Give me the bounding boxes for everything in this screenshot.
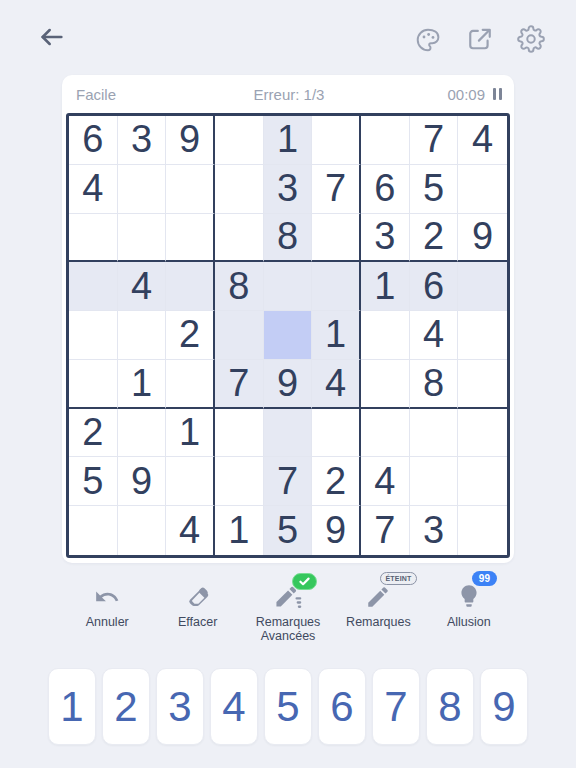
cell-r9c6[interactable]: 9 [312,506,361,555]
error-counter: Erreur: 1/3 [218,86,360,103]
cell-r8c9[interactable] [458,457,507,506]
cell-r2c5[interactable]: 3 [264,165,313,214]
toolbar: Annuler Effacer Remarques Avancées [62,578,514,643]
cell-r4c5[interactable] [264,262,313,311]
cell-r9c4[interactable]: 1 [215,506,264,555]
cell-r4c3[interactable] [166,262,215,311]
numpad-key-6[interactable]: 6 [318,668,366,745]
undo-icon [92,578,122,610]
cell-r6c4[interactable]: 7 [215,360,264,409]
cell-r5c1[interactable] [69,311,118,360]
cell-r7c1[interactable]: 2 [69,409,118,458]
numpad-key-3[interactable]: 3 [156,668,204,745]
cell-r1c1[interactable]: 6 [69,116,118,165]
notes-button[interactable]: Remarques ÉTEINT [333,578,423,643]
cell-r6c5[interactable]: 9 [264,360,313,409]
cell-r6c7[interactable] [361,360,410,409]
cell-r6c6[interactable]: 4 [312,360,361,409]
notes-label: Remarques [346,615,411,629]
cell-r3c7[interactable]: 3 [361,214,410,263]
cell-r2c9[interactable] [458,165,507,214]
cell-r5c6[interactable]: 1 [312,311,361,360]
cell-r8c3[interactable] [166,457,215,506]
cell-r3c8[interactable]: 2 [410,214,459,263]
cell-r4c9[interactable] [458,262,507,311]
hint-count-badge: 99 [472,571,497,586]
numpad-key-4[interactable]: 4 [210,668,258,745]
cell-r1c3[interactable]: 9 [166,116,215,165]
cell-r1c9[interactable]: 4 [458,116,507,165]
pause-icon[interactable] [493,88,502,100]
cell-r8c5[interactable]: 7 [264,457,313,506]
status-bar: Facile Erreur: 1/3 00:09 [62,75,514,113]
gear-icon[interactable] [517,25,545,53]
cell-r8c4[interactable] [215,457,264,506]
cell-r2c1[interactable]: 4 [69,165,118,214]
cell-r7c2[interactable] [118,409,167,458]
cell-r9c7[interactable]: 7 [361,506,410,555]
cell-r8c8[interactable] [410,457,459,506]
cell-r7c6[interactable] [312,409,361,458]
hint-label: Allusion [447,615,491,629]
cell-r8c7[interactable]: 4 [361,457,410,506]
game-card: Facile Erreur: 1/3 00:09 639174437658329… [62,75,514,563]
cell-r5c5[interactable] [264,311,313,360]
cell-r7c5[interactable] [264,409,313,458]
notes-off-badge: ÉTEINT [380,572,416,585]
share-icon[interactable] [467,26,493,52]
cell-r6c9[interactable] [458,360,507,409]
cell-r2c7[interactable]: 6 [361,165,410,214]
cell-r5c4[interactable] [215,311,264,360]
cell-r3c2[interactable] [118,214,167,263]
numpad-key-5[interactable]: 5 [264,668,312,745]
numpad-key-2[interactable]: 2 [102,668,150,745]
erase-button[interactable]: Effacer [152,578,242,643]
cell-r8c6[interactable]: 2 [312,457,361,506]
hint-button[interactable]: Allusion 99 [424,578,514,643]
cell-r3c5[interactable]: 8 [264,214,313,263]
cell-r5c3[interactable]: 2 [166,311,215,360]
numpad: 123456789 [48,668,528,745]
cell-r2c6[interactable]: 7 [312,165,361,214]
cell-r1c7[interactable] [361,116,410,165]
numpad-key-1[interactable]: 1 [48,668,96,745]
cell-r6c8[interactable]: 8 [410,360,459,409]
cell-r8c1[interactable]: 5 [69,457,118,506]
cell-r2c3[interactable] [166,165,215,214]
cell-r9c5[interactable]: 5 [264,506,313,555]
numpad-key-8[interactable]: 8 [426,668,474,745]
cell-r4c8[interactable]: 6 [410,262,459,311]
cell-r7c7[interactable] [361,409,410,458]
cell-r1c5[interactable]: 1 [264,116,313,165]
advanced-notes-label: Remarques Avancées [245,615,331,643]
cell-r7c8[interactable] [410,409,459,458]
cell-r2c2[interactable] [118,165,167,214]
cell-r6c2[interactable]: 1 [118,360,167,409]
cell-r9c8[interactable]: 3 [410,506,459,555]
cell-r9c9[interactable] [458,506,507,555]
timer: 00:09 [447,86,485,103]
cell-r8c2[interactable]: 9 [118,457,167,506]
cell-r4c1[interactable] [69,262,118,311]
cell-r1c2[interactable]: 3 [118,116,167,165]
palette-icon[interactable] [415,27,441,53]
cell-r5c9[interactable] [458,311,507,360]
cell-r3c4[interactable] [215,214,264,263]
cell-r4c4[interactable]: 8 [215,262,264,311]
cell-r2c4[interactable] [215,165,264,214]
numpad-key-9[interactable]: 9 [480,668,528,745]
cell-r5c7[interactable] [361,311,410,360]
cell-r3c3[interactable] [166,214,215,263]
cell-r4c2[interactable]: 4 [118,262,167,311]
erase-label: Effacer [178,615,217,629]
cell-r3c6[interactable] [312,214,361,263]
cell-r5c2[interactable] [118,311,167,360]
cell-r6c1[interactable] [69,360,118,409]
cell-r9c1[interactable] [69,506,118,555]
cell-r7c4[interactable] [215,409,264,458]
cell-r7c9[interactable] [458,409,507,458]
cell-r7c3[interactable]: 1 [166,409,215,458]
sudoku-grid: 6391744376583294816214179482159724415973 [66,113,510,558]
cell-r5c8[interactable]: 4 [410,311,459,360]
cell-r6c3[interactable] [166,360,215,409]
eraser-icon [184,578,212,610]
undo-button[interactable]: Annuler [62,578,152,643]
cell-r1c8[interactable]: 7 [410,116,459,165]
cell-r4c7[interactable]: 1 [361,262,410,311]
cell-r3c1[interactable] [69,214,118,263]
advanced-notes-on-badge [292,573,317,590]
cell-r9c3[interactable]: 4 [166,506,215,555]
undo-label: Annuler [86,615,129,629]
difficulty-label: Facile [62,86,218,103]
cell-r1c4[interactable] [215,116,264,165]
cell-r9c2[interactable] [118,506,167,555]
advanced-notes-button[interactable]: Remarques Avancées [243,578,333,643]
cell-r4c6[interactable] [312,262,361,311]
cell-r3c9[interactable]: 9 [458,214,507,263]
back-arrow-icon[interactable] [38,23,66,51]
numpad-key-7[interactable]: 7 [372,668,420,745]
cell-r2c8[interactable]: 5 [410,165,459,214]
cell-r1c6[interactable] [312,116,361,165]
